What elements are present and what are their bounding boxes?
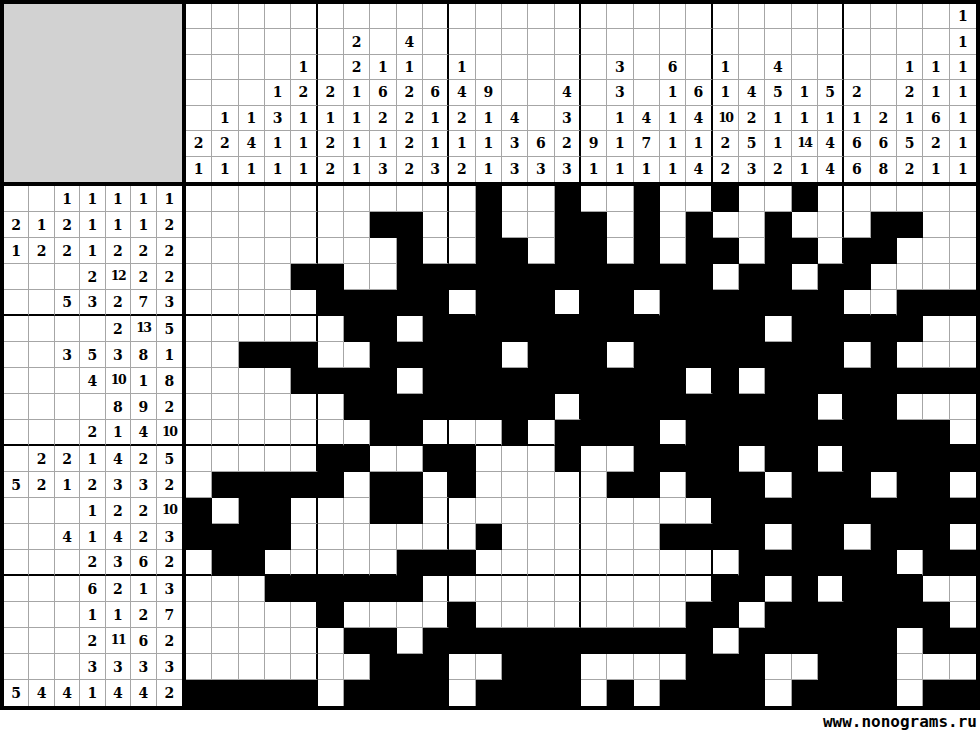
grid-cell[interactable] bbox=[950, 472, 976, 498]
grid-cell[interactable] bbox=[818, 472, 844, 498]
grid-cell[interactable] bbox=[660, 602, 686, 628]
grid-cell[interactable] bbox=[397, 238, 423, 264]
grid-cell[interactable] bbox=[844, 264, 870, 290]
grid-cell[interactable] bbox=[765, 550, 791, 576]
grid-cell[interactable] bbox=[897, 342, 923, 368]
grid-cell[interactable] bbox=[607, 654, 633, 680]
grid-cell[interactable] bbox=[212, 212, 238, 238]
grid-cell[interactable] bbox=[449, 368, 475, 394]
grid-cell[interactable] bbox=[476, 498, 502, 524]
grid-cell[interactable] bbox=[765, 290, 791, 316]
grid-cell[interactable] bbox=[686, 576, 712, 602]
grid-cell[interactable] bbox=[871, 264, 897, 290]
grid-cell[interactable] bbox=[765, 238, 791, 264]
grid-cell[interactable] bbox=[660, 420, 686, 446]
grid-cell[interactable] bbox=[476, 524, 502, 550]
grid-cell[interactable] bbox=[634, 420, 660, 446]
grid-cell[interactable] bbox=[423, 394, 449, 420]
grid-cell[interactable] bbox=[291, 576, 317, 602]
grid-cell[interactable] bbox=[265, 550, 291, 576]
grid-cell[interactable] bbox=[318, 420, 344, 446]
grid-cell[interactable] bbox=[634, 472, 660, 498]
grid-cell[interactable] bbox=[318, 238, 344, 264]
grid-cell[interactable] bbox=[318, 680, 344, 706]
grid-cell[interactable] bbox=[818, 238, 844, 264]
grid-cell[interactable] bbox=[239, 368, 265, 394]
grid-cell[interactable] bbox=[265, 628, 291, 654]
grid-cell[interactable] bbox=[476, 628, 502, 654]
grid-cell[interactable] bbox=[686, 446, 712, 472]
grid-cell[interactable] bbox=[528, 420, 554, 446]
grid-cell[interactable] bbox=[528, 264, 554, 290]
grid-cell[interactable] bbox=[950, 212, 976, 238]
grid-cell[interactable] bbox=[291, 498, 317, 524]
grid-cell[interactable] bbox=[871, 602, 897, 628]
grid-cell[interactable] bbox=[818, 368, 844, 394]
grid-cell[interactable] bbox=[581, 316, 607, 342]
grid-cell[interactable] bbox=[344, 186, 370, 212]
grid-cell[interactable] bbox=[186, 524, 212, 550]
grid-cell[interactable] bbox=[344, 394, 370, 420]
grid-cell[interactable] bbox=[265, 316, 291, 342]
grid-cell[interactable] bbox=[686, 238, 712, 264]
grid-cell[interactable] bbox=[502, 680, 528, 706]
grid-cell[interactable] bbox=[370, 264, 396, 290]
grid-cell[interactable] bbox=[370, 446, 396, 472]
grid-cell[interactable] bbox=[660, 368, 686, 394]
grid-cell[interactable] bbox=[186, 602, 212, 628]
grid-cell[interactable] bbox=[291, 420, 317, 446]
grid-cell[interactable] bbox=[607, 524, 633, 550]
grid-cell[interactable] bbox=[818, 264, 844, 290]
grid-cell[interactable] bbox=[950, 602, 976, 628]
grid-cell[interactable] bbox=[765, 628, 791, 654]
grid-cell[interactable] bbox=[897, 680, 923, 706]
grid-cell[interactable] bbox=[555, 446, 581, 472]
grid-cell[interactable] bbox=[792, 394, 818, 420]
grid-cell[interactable] bbox=[897, 550, 923, 576]
grid-cell[interactable] bbox=[555, 498, 581, 524]
grid-cell[interactable] bbox=[423, 264, 449, 290]
grid-cell[interactable] bbox=[871, 472, 897, 498]
grid-cell[interactable] bbox=[818, 680, 844, 706]
grid-cell[interactable] bbox=[528, 394, 554, 420]
grid-cell[interactable] bbox=[212, 316, 238, 342]
grid-cell[interactable] bbox=[739, 264, 765, 290]
grid-cell[interactable] bbox=[607, 420, 633, 446]
grid-cell[interactable] bbox=[370, 368, 396, 394]
grid-cell[interactable] bbox=[844, 576, 870, 602]
grid-cell[interactable] bbox=[318, 446, 344, 472]
grid-cell[interactable] bbox=[555, 368, 581, 394]
grid-cell[interactable] bbox=[765, 498, 791, 524]
grid-cell[interactable] bbox=[634, 680, 660, 706]
grid-cell[interactable] bbox=[923, 550, 949, 576]
grid-cell[interactable] bbox=[370, 680, 396, 706]
grid-cell[interactable] bbox=[792, 498, 818, 524]
grid-cell[interactable] bbox=[660, 264, 686, 290]
grid-cell[interactable] bbox=[555, 602, 581, 628]
grid-cell[interactable] bbox=[291, 602, 317, 628]
grid-cell[interactable] bbox=[344, 576, 370, 602]
grid-cell[interactable] bbox=[923, 524, 949, 550]
grid-cell[interactable] bbox=[660, 316, 686, 342]
grid-cell[interactable] bbox=[344, 446, 370, 472]
grid-cell[interactable] bbox=[634, 576, 660, 602]
grid-cell[interactable] bbox=[186, 238, 212, 264]
grid-cell[interactable] bbox=[449, 446, 475, 472]
grid-cell[interactable] bbox=[212, 680, 238, 706]
grid-cell[interactable] bbox=[370, 628, 396, 654]
grid-cell[interactable] bbox=[607, 264, 633, 290]
grid-cell[interactable] bbox=[607, 446, 633, 472]
grid-cell[interactable] bbox=[871, 368, 897, 394]
grid-cell[interactable] bbox=[660, 680, 686, 706]
grid-cell[interactable] bbox=[370, 550, 396, 576]
grid-cell[interactable] bbox=[397, 264, 423, 290]
grid-cell[interactable] bbox=[239, 420, 265, 446]
grid-cell[interactable] bbox=[897, 576, 923, 602]
grid-cell[interactable] bbox=[212, 550, 238, 576]
grid-cell[interactable] bbox=[660, 394, 686, 420]
grid-cell[interactable] bbox=[318, 498, 344, 524]
grid-cell[interactable] bbox=[449, 186, 475, 212]
grid-cell[interactable] bbox=[844, 212, 870, 238]
grid-cell[interactable] bbox=[212, 628, 238, 654]
grid-cell[interactable] bbox=[370, 576, 396, 602]
grid-cell[interactable] bbox=[660, 290, 686, 316]
grid-cell[interactable] bbox=[291, 550, 317, 576]
grid-cell[interactable] bbox=[660, 550, 686, 576]
grid-cell[interactable] bbox=[528, 290, 554, 316]
grid-cell[interactable] bbox=[318, 368, 344, 394]
grid-cell[interactable] bbox=[528, 550, 554, 576]
grid-cell[interactable] bbox=[739, 212, 765, 238]
grid-cell[interactable] bbox=[818, 290, 844, 316]
grid-cell[interactable] bbox=[581, 342, 607, 368]
grid-cell[interactable] bbox=[950, 394, 976, 420]
grid-cell[interactable] bbox=[897, 316, 923, 342]
grid-cell[interactable] bbox=[555, 628, 581, 654]
grid-cell[interactable] bbox=[265, 290, 291, 316]
grid-cell[interactable] bbox=[344, 420, 370, 446]
grid-cell[interactable] bbox=[739, 446, 765, 472]
grid-cell[interactable] bbox=[765, 394, 791, 420]
grid-cell[interactable] bbox=[871, 628, 897, 654]
grid-cell[interactable] bbox=[871, 498, 897, 524]
grid-cell[interactable] bbox=[186, 550, 212, 576]
grid-cell[interactable] bbox=[950, 316, 976, 342]
grid-cell[interactable] bbox=[607, 680, 633, 706]
grid-cell[interactable] bbox=[607, 550, 633, 576]
grid-cell[interactable] bbox=[528, 368, 554, 394]
grid-cell[interactable] bbox=[555, 212, 581, 238]
grid-cell[interactable] bbox=[502, 186, 528, 212]
grid-cell[interactable] bbox=[713, 368, 739, 394]
grid-cell[interactable] bbox=[555, 576, 581, 602]
grid-cell[interactable] bbox=[634, 550, 660, 576]
grid-cell[interactable] bbox=[897, 368, 923, 394]
grid-cell[interactable] bbox=[344, 368, 370, 394]
grid-cell[interactable] bbox=[239, 342, 265, 368]
grid-cell[interactable] bbox=[555, 550, 581, 576]
grid-cell[interactable] bbox=[423, 446, 449, 472]
grid-cell[interactable] bbox=[239, 472, 265, 498]
grid-cell[interactable] bbox=[397, 446, 423, 472]
grid-cell[interactable] bbox=[212, 472, 238, 498]
grid-cell[interactable] bbox=[423, 212, 449, 238]
grid-cell[interactable] bbox=[844, 316, 870, 342]
grid-cell[interactable] bbox=[686, 472, 712, 498]
grid-cell[interactable] bbox=[686, 602, 712, 628]
grid-cell[interactable] bbox=[502, 368, 528, 394]
grid-cell[interactable] bbox=[792, 342, 818, 368]
grid-cell[interactable] bbox=[739, 420, 765, 446]
grid-cell[interactable] bbox=[502, 238, 528, 264]
grid-cell[interactable] bbox=[739, 368, 765, 394]
grid-cell[interactable] bbox=[713, 290, 739, 316]
grid-cell[interactable] bbox=[897, 264, 923, 290]
grid-cell[interactable] bbox=[923, 420, 949, 446]
grid-cell[interactable] bbox=[897, 420, 923, 446]
grid-cell[interactable] bbox=[844, 368, 870, 394]
grid-cell[interactable] bbox=[634, 394, 660, 420]
grid-cell[interactable] bbox=[291, 368, 317, 394]
grid-cell[interactable] bbox=[397, 420, 423, 446]
grid-cell[interactable] bbox=[212, 498, 238, 524]
grid-cell[interactable] bbox=[634, 212, 660, 238]
grid-cell[interactable] bbox=[476, 316, 502, 342]
grid-cell[interactable] bbox=[212, 420, 238, 446]
grid-cell[interactable] bbox=[476, 602, 502, 628]
grid-cell[interactable] bbox=[607, 342, 633, 368]
grid-cell[interactable] bbox=[844, 498, 870, 524]
grid-cell[interactable] bbox=[950, 654, 976, 680]
grid-cell[interactable] bbox=[397, 472, 423, 498]
grid-cell[interactable] bbox=[739, 654, 765, 680]
grid-cell[interactable] bbox=[607, 186, 633, 212]
grid-cell[interactable] bbox=[239, 238, 265, 264]
grid-cell[interactable] bbox=[765, 316, 791, 342]
grid-cell[interactable] bbox=[239, 654, 265, 680]
grid-cell[interactable] bbox=[476, 472, 502, 498]
grid-cell[interactable] bbox=[581, 368, 607, 394]
grid-cell[interactable] bbox=[660, 186, 686, 212]
grid-cell[interactable] bbox=[765, 680, 791, 706]
grid-cell[interactable] bbox=[212, 524, 238, 550]
grid-cell[interactable] bbox=[344, 654, 370, 680]
grid-cell[interactable] bbox=[607, 316, 633, 342]
grid-cell[interactable] bbox=[950, 498, 976, 524]
grid-cell[interactable] bbox=[555, 394, 581, 420]
grid-cell[interactable] bbox=[660, 238, 686, 264]
grid-cell[interactable] bbox=[713, 498, 739, 524]
grid-cell[interactable] bbox=[844, 290, 870, 316]
grid-cell[interactable] bbox=[344, 316, 370, 342]
grid-cell[interactable] bbox=[291, 654, 317, 680]
grid-cell[interactable] bbox=[634, 654, 660, 680]
grid-cell[interactable] bbox=[660, 654, 686, 680]
grid-cell[interactable] bbox=[765, 524, 791, 550]
grid-cell[interactable] bbox=[581, 420, 607, 446]
grid-cell[interactable] bbox=[950, 342, 976, 368]
grid-cell[interactable] bbox=[344, 264, 370, 290]
grid-cell[interactable] bbox=[739, 238, 765, 264]
grid-cell[interactable] bbox=[844, 238, 870, 264]
grid-cell[interactable] bbox=[844, 602, 870, 628]
grid-cell[interactable] bbox=[476, 290, 502, 316]
grid-cell[interactable] bbox=[686, 264, 712, 290]
grid-cell[interactable] bbox=[476, 446, 502, 472]
grid-cell[interactable] bbox=[186, 420, 212, 446]
grid-cell[interactable] bbox=[871, 316, 897, 342]
grid-cell[interactable] bbox=[212, 446, 238, 472]
grid-cell[interactable] bbox=[897, 212, 923, 238]
grid-cell[interactable] bbox=[344, 290, 370, 316]
grid-cell[interactable] bbox=[713, 264, 739, 290]
grid-cell[interactable] bbox=[792, 654, 818, 680]
grid-cell[interactable] bbox=[686, 550, 712, 576]
grid-cell[interactable] bbox=[581, 186, 607, 212]
grid-cell[interactable] bbox=[239, 394, 265, 420]
grid-cell[interactable] bbox=[555, 238, 581, 264]
grid-cell[interactable] bbox=[344, 238, 370, 264]
grid-cell[interactable] bbox=[792, 316, 818, 342]
grid-cell[interactable] bbox=[318, 550, 344, 576]
grid-cell[interactable] bbox=[844, 654, 870, 680]
grid-cell[interactable] bbox=[370, 316, 396, 342]
grid-cell[interactable] bbox=[449, 628, 475, 654]
grid-cell[interactable] bbox=[581, 628, 607, 654]
grid-cell[interactable] bbox=[765, 576, 791, 602]
grid-cell[interactable] bbox=[239, 290, 265, 316]
grid-cell[interactable] bbox=[476, 576, 502, 602]
grid-cell[interactable] bbox=[739, 394, 765, 420]
grid-cell[interactable] bbox=[318, 212, 344, 238]
grid-cell[interactable] bbox=[239, 264, 265, 290]
grid-cell[interactable] bbox=[818, 446, 844, 472]
grid-cell[interactable] bbox=[502, 264, 528, 290]
grid-cell[interactable] bbox=[291, 238, 317, 264]
grid-cell[interactable] bbox=[423, 550, 449, 576]
grid-cell[interactable] bbox=[765, 342, 791, 368]
grid-cell[interactable] bbox=[370, 238, 396, 264]
grid-cell[interactable] bbox=[370, 524, 396, 550]
grid-cell[interactable] bbox=[318, 628, 344, 654]
grid-cell[interactable] bbox=[476, 238, 502, 264]
grid-cell[interactable] bbox=[818, 394, 844, 420]
grid-cell[interactable] bbox=[897, 524, 923, 550]
grid-cell[interactable] bbox=[291, 186, 317, 212]
grid-cell[interactable] bbox=[449, 654, 475, 680]
grid-cell[interactable] bbox=[528, 342, 554, 368]
grid-cell[interactable] bbox=[265, 212, 291, 238]
grid-cell[interactable] bbox=[818, 498, 844, 524]
grid-cell[interactable] bbox=[739, 472, 765, 498]
grid-cell[interactable] bbox=[291, 264, 317, 290]
grid-cell[interactable] bbox=[713, 680, 739, 706]
grid-cell[interactable] bbox=[502, 394, 528, 420]
grid-cell[interactable] bbox=[660, 446, 686, 472]
grid-cell[interactable] bbox=[502, 342, 528, 368]
grid-cell[interactable] bbox=[449, 394, 475, 420]
grid-cell[interactable] bbox=[344, 628, 370, 654]
grid-cell[interactable] bbox=[555, 290, 581, 316]
grid-cell[interactable] bbox=[897, 654, 923, 680]
grid-cell[interactable] bbox=[476, 342, 502, 368]
grid-cell[interactable] bbox=[923, 576, 949, 602]
grid-cell[interactable] bbox=[423, 472, 449, 498]
grid-cell[interactable] bbox=[713, 394, 739, 420]
grid-cell[interactable] bbox=[449, 680, 475, 706]
grid-cell[interactable] bbox=[397, 212, 423, 238]
grid-cell[interactable] bbox=[265, 186, 291, 212]
grid-cell[interactable] bbox=[318, 186, 344, 212]
grid-cell[interactable] bbox=[686, 628, 712, 654]
grid-cell[interactable] bbox=[186, 498, 212, 524]
grid-cell[interactable] bbox=[265, 368, 291, 394]
grid-cell[interactable] bbox=[449, 498, 475, 524]
grid-cell[interactable] bbox=[950, 524, 976, 550]
grid-cell[interactable] bbox=[923, 264, 949, 290]
grid-cell[interactable] bbox=[634, 446, 660, 472]
grid-cell[interactable] bbox=[713, 342, 739, 368]
grid-cell[interactable] bbox=[449, 472, 475, 498]
grid-cell[interactable] bbox=[265, 472, 291, 498]
grid-cell[interactable] bbox=[713, 654, 739, 680]
grid-cell[interactable] bbox=[686, 680, 712, 706]
grid-cell[interactable] bbox=[239, 602, 265, 628]
grid-cell[interactable] bbox=[739, 550, 765, 576]
grid-cell[interactable] bbox=[844, 628, 870, 654]
grid-cell[interactable] bbox=[370, 420, 396, 446]
grid-cell[interactable] bbox=[265, 446, 291, 472]
grid-cell[interactable] bbox=[713, 212, 739, 238]
grid-cell[interactable] bbox=[423, 602, 449, 628]
grid-cell[interactable] bbox=[186, 654, 212, 680]
grid-cell[interactable] bbox=[397, 576, 423, 602]
grid-cell[interactable] bbox=[818, 602, 844, 628]
grid-cell[interactable] bbox=[370, 472, 396, 498]
grid-cell[interactable] bbox=[291, 680, 317, 706]
grid-cell[interactable] bbox=[897, 602, 923, 628]
grid-cell[interactable] bbox=[265, 394, 291, 420]
grid-cell[interactable] bbox=[318, 394, 344, 420]
grid-cell[interactable] bbox=[291, 446, 317, 472]
grid-cell[interactable] bbox=[950, 628, 976, 654]
grid-cell[interactable] bbox=[792, 472, 818, 498]
grid-cell[interactable] bbox=[713, 316, 739, 342]
grid-cell[interactable] bbox=[370, 602, 396, 628]
grid-cell[interactable] bbox=[923, 186, 949, 212]
grid-cell[interactable] bbox=[344, 498, 370, 524]
grid-cell[interactable] bbox=[686, 524, 712, 550]
grid-cell[interactable] bbox=[502, 524, 528, 550]
grid-cell[interactable] bbox=[765, 602, 791, 628]
grid-cell[interactable] bbox=[871, 394, 897, 420]
grid-cell[interactable] bbox=[897, 290, 923, 316]
grid-cell[interactable] bbox=[423, 576, 449, 602]
grid-cell[interactable] bbox=[871, 212, 897, 238]
grid-cell[interactable] bbox=[713, 628, 739, 654]
grid-cell[interactable] bbox=[686, 420, 712, 446]
grid-cell[interactable] bbox=[318, 602, 344, 628]
grid-cell[interactable] bbox=[871, 420, 897, 446]
grid-cell[interactable] bbox=[291, 524, 317, 550]
grid-cell[interactable] bbox=[765, 472, 791, 498]
grid-cell[interactable] bbox=[476, 394, 502, 420]
grid-cell[interactable] bbox=[265, 420, 291, 446]
